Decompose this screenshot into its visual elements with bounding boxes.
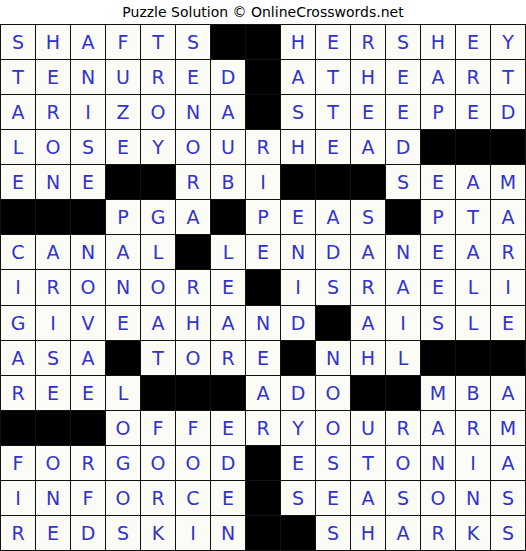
letter-cell-r11c14: B (456, 376, 490, 410)
letter-cell-r13c6: O (176, 446, 210, 480)
letter-cell-r5c12: S (386, 165, 420, 199)
letter-cell-r9c1: G (1, 306, 35, 340)
letter-cell-r1c10: E (316, 25, 350, 59)
letter-cell-r3c11: E (351, 95, 385, 129)
letter-cell-r11c9: D (281, 376, 315, 410)
letter-cell-r5c13: E (421, 165, 455, 199)
letter-cell-r2c14: R (456, 60, 490, 94)
letter-cell-r3c5: O (141, 95, 175, 129)
letter-cell-r15c4: S (106, 516, 140, 550)
letter-cell-r7c13: E (421, 235, 455, 269)
letter-cell-r12c11: U (351, 411, 385, 445)
letter-cell-r1c15: Y (491, 25, 525, 59)
letter-cell-r6c4: P (106, 200, 140, 234)
letter-cell-r6c5: G (141, 200, 175, 234)
letter-cell-r2c11: H (351, 60, 385, 94)
letter-cell-r12c7: E (211, 411, 245, 445)
black-cell-r11c12 (386, 376, 420, 410)
letter-cell-r11c10: O (316, 376, 350, 410)
black-cell-r12c1 (1, 411, 35, 445)
letter-cell-r15c10: S (316, 516, 350, 550)
letter-cell-r1c1: S (1, 25, 35, 59)
letter-cell-r11c1: R (1, 376, 35, 410)
letter-cell-r10c11: H (351, 341, 385, 375)
letter-cell-r13c7: D (211, 446, 245, 480)
black-cell-r12c2 (36, 411, 70, 445)
letter-cell-r1c5: T (141, 25, 175, 59)
letter-cell-r2c12: E (386, 60, 420, 94)
black-cell-r11c7 (211, 376, 245, 410)
letter-cell-r13c11: T (351, 446, 385, 480)
letter-cell-r10c5: T (141, 341, 175, 375)
letter-cell-r13c1: F (1, 446, 35, 480)
letter-cell-r8c1: I (1, 270, 35, 304)
letter-cell-r7c14: A (456, 235, 490, 269)
puzzle-solution-page: Puzzle Solution © OnlineCrosswords.net S… (0, 0, 526, 551)
letter-cell-r3c6: N (176, 95, 210, 129)
letter-cell-r8c12: A (386, 270, 420, 304)
letter-cell-r3c9: S (281, 95, 315, 129)
black-cell-r5c4 (106, 165, 140, 199)
letter-cell-r5c2: N (36, 165, 70, 199)
letter-cell-r13c5: O (141, 446, 175, 480)
letter-cell-r2c9: A (281, 60, 315, 94)
letter-cell-r9c7: A (211, 306, 245, 340)
letter-cell-r8c2: R (36, 270, 70, 304)
letter-cell-r13c2: O (36, 446, 70, 480)
letter-cell-r7c7: L (211, 235, 245, 269)
black-cell-r2c8 (246, 60, 280, 94)
letter-cell-r13c10: S (316, 446, 350, 480)
letter-cell-r2c4: U (106, 60, 140, 94)
page-title: Puzzle Solution © OnlineCrosswords.net (0, 0, 526, 24)
letter-cell-r3c14: E (456, 95, 490, 129)
letter-cell-r12c15: M (491, 411, 525, 445)
letter-cell-r8c10: S (316, 270, 350, 304)
letter-cell-r9c6: H (176, 306, 210, 340)
letter-cell-r2c10: T (316, 60, 350, 94)
letter-cell-r12c6: F (176, 411, 210, 445)
black-cell-r10c15 (491, 341, 525, 375)
letter-cell-r1c13: H (421, 25, 455, 59)
black-cell-r15c8 (246, 516, 280, 550)
letter-cell-r14c9: S (281, 481, 315, 515)
letter-cell-r15c1: R (1, 516, 35, 550)
letter-cell-r1c3: A (71, 25, 105, 59)
letter-cell-r14c5: R (141, 481, 175, 515)
letter-cell-r7c11: A (351, 235, 385, 269)
letter-cell-r5c8: I (246, 165, 280, 199)
letter-cell-r3c2: R (36, 95, 70, 129)
letter-cell-r14c13: O (421, 481, 455, 515)
letter-cell-r10c2: S (36, 341, 70, 375)
black-cell-r6c2 (36, 200, 70, 234)
letter-cell-r14c4: O (106, 481, 140, 515)
letter-cell-r9c8: N (246, 306, 280, 340)
letter-cell-r4c5: Y (141, 130, 175, 164)
letter-cell-r13c9: E (281, 446, 315, 480)
letter-cell-r15c14: K (456, 516, 490, 550)
letter-cell-r3c15: D (491, 95, 525, 129)
letter-cell-r3c10: T (316, 95, 350, 129)
letter-cell-r15c12: A (386, 516, 420, 550)
black-cell-r6c12 (386, 200, 420, 234)
letter-cell-r10c7: R (211, 341, 245, 375)
black-cell-r8c8 (246, 270, 280, 304)
letter-cell-r8c13: E (421, 270, 455, 304)
letter-cell-r2c1: T (1, 60, 35, 94)
letter-cell-r4c9: H (281, 130, 315, 164)
letter-cell-r8c15: I (491, 270, 525, 304)
letter-cell-r14c12: S (386, 481, 420, 515)
letter-cell-r12c5: F (141, 411, 175, 445)
letter-cell-r6c8: P (246, 200, 280, 234)
letter-cell-r3c7: A (211, 95, 245, 129)
black-cell-r10c14 (456, 341, 490, 375)
black-cell-r7c6 (176, 235, 210, 269)
black-cell-r4c15 (491, 130, 525, 164)
letter-cell-r8c11: R (351, 270, 385, 304)
black-cell-r15c9 (281, 516, 315, 550)
black-cell-r11c5 (141, 376, 175, 410)
letter-cell-r12c13: A (421, 411, 455, 445)
letter-cell-r6c9: E (281, 200, 315, 234)
letter-cell-r10c8: E (246, 341, 280, 375)
letter-cell-r1c2: H (36, 25, 70, 59)
letter-cell-r11c4: L (106, 376, 140, 410)
letter-cell-r9c4: E (106, 306, 140, 340)
letter-cell-r15c15: S (491, 516, 525, 550)
letter-cell-r15c5: K (141, 516, 175, 550)
black-cell-r9c10 (316, 306, 350, 340)
letter-cell-r1c14: E (456, 25, 490, 59)
letter-cell-r7c10: D (316, 235, 350, 269)
crossword-board: SHAFTSHERSHEYTENUREDATHEARTARIZONASTEEPE… (0, 24, 526, 551)
letter-cell-r8c9: I (281, 270, 315, 304)
letter-cell-r11c3: E (71, 376, 105, 410)
letter-cell-r3c1: A (1, 95, 35, 129)
black-cell-r4c14 (456, 130, 490, 164)
letter-cell-r4c3: S (71, 130, 105, 164)
black-cell-r1c7 (211, 25, 245, 59)
letter-cell-r3c13: P (421, 95, 455, 129)
letter-cell-r9c13: S (421, 306, 455, 340)
letter-cell-r9c2: I (36, 306, 70, 340)
letter-cell-r1c11: R (351, 25, 385, 59)
letter-cell-r9c12: I (386, 306, 420, 340)
letter-cell-r15c3: D (71, 516, 105, 550)
letter-cell-r2c6: E (176, 60, 210, 94)
letter-cell-r1c12: S (386, 25, 420, 59)
letter-cell-r1c9: H (281, 25, 315, 59)
black-cell-r6c3 (71, 200, 105, 234)
letter-cell-r15c7: N (211, 516, 245, 550)
black-cell-r12c3 (71, 411, 105, 445)
black-cell-r5c9 (281, 165, 315, 199)
letter-cell-r8c14: L (456, 270, 490, 304)
letter-cell-r4c8: R (246, 130, 280, 164)
letter-cell-r12c12: R (386, 411, 420, 445)
letter-cell-r4c12: D (386, 130, 420, 164)
letter-cell-r14c3: F (71, 481, 105, 515)
letter-cell-r9c9: D (281, 306, 315, 340)
letter-cell-r7c9: N (281, 235, 315, 269)
letter-cell-r7c2: A (36, 235, 70, 269)
letter-cell-r7c5: L (141, 235, 175, 269)
letter-cell-r15c11: H (351, 516, 385, 550)
letter-cell-r5c3: E (71, 165, 105, 199)
letter-cell-r5c1: E (1, 165, 35, 199)
letter-cell-r10c3: A (71, 341, 105, 375)
letter-cell-r15c2: E (36, 516, 70, 550)
letter-cell-r12c8: R (246, 411, 280, 445)
black-cell-r6c7 (211, 200, 245, 234)
black-cell-r11c6 (176, 376, 210, 410)
letter-cell-r8c3: O (71, 270, 105, 304)
letter-cell-r14c2: N (36, 481, 70, 515)
letter-cell-r11c15: A (491, 376, 525, 410)
letter-cell-r8c7: E (211, 270, 245, 304)
letter-cell-r10c12: L (386, 341, 420, 375)
letter-cell-r2c13: A (421, 60, 455, 94)
letter-cell-r1c6: S (176, 25, 210, 59)
black-cell-r1c8 (246, 25, 280, 59)
letter-cell-r14c15: S (491, 481, 525, 515)
letter-cell-r4c1: L (1, 130, 35, 164)
black-cell-r3c8 (246, 95, 280, 129)
letter-cell-r10c10: N (316, 341, 350, 375)
letter-cell-r7c1: C (1, 235, 35, 269)
letter-cell-r2c7: D (211, 60, 245, 94)
letter-cell-r6c15: A (491, 200, 525, 234)
letter-cell-r9c11: A (351, 306, 385, 340)
letter-cell-r3c12: E (386, 95, 420, 129)
letter-cell-r13c15: A (491, 446, 525, 480)
letter-cell-r14c10: E (316, 481, 350, 515)
letter-cell-r6c6: A (176, 200, 210, 234)
letter-cell-r4c10: E (316, 130, 350, 164)
letter-cell-r4c7: U (211, 130, 245, 164)
letter-cell-r2c5: R (141, 60, 175, 94)
black-cell-r10c9 (281, 341, 315, 375)
letter-cell-r13c4: G (106, 446, 140, 480)
letter-cell-r4c11: A (351, 130, 385, 164)
letter-cell-r5c6: R (176, 165, 210, 199)
letter-cell-r13c13: N (421, 446, 455, 480)
letter-cell-r6c11: S (351, 200, 385, 234)
letter-cell-r8c6: R (176, 270, 210, 304)
letter-cell-r7c4: A (106, 235, 140, 269)
letter-cell-r5c15: M (491, 165, 525, 199)
letter-cell-r7c15: R (491, 235, 525, 269)
letter-cell-r15c13: R (421, 516, 455, 550)
letter-cell-r11c8: A (246, 376, 280, 410)
letter-cell-r6c14: T (456, 200, 490, 234)
letter-cell-r7c12: N (386, 235, 420, 269)
letter-cell-r14c1: I (1, 481, 35, 515)
letter-cell-r9c14: L (456, 306, 490, 340)
letter-cell-r12c9: Y (281, 411, 315, 445)
black-cell-r5c10 (316, 165, 350, 199)
letter-cell-r10c6: O (176, 341, 210, 375)
letter-cell-r3c4: Z (106, 95, 140, 129)
letter-cell-r3c3: I (71, 95, 105, 129)
letter-cell-r9c5: A (141, 306, 175, 340)
letter-cell-r9c3: V (71, 306, 105, 340)
black-cell-r6c1 (1, 200, 35, 234)
black-cell-r13c8 (246, 446, 280, 480)
letter-cell-r6c13: P (421, 200, 455, 234)
letter-cell-r15c6: I (176, 516, 210, 550)
letter-cell-r12c4: O (106, 411, 140, 445)
black-cell-r10c4 (106, 341, 140, 375)
letter-cell-r7c3: N (71, 235, 105, 269)
letter-cell-r2c15: T (491, 60, 525, 94)
black-cell-r4c13 (421, 130, 455, 164)
letter-cell-r2c2: E (36, 60, 70, 94)
letter-cell-r6c10: A (316, 200, 350, 234)
letter-cell-r8c5: O (141, 270, 175, 304)
letter-cell-r13c14: I (456, 446, 490, 480)
letter-cell-r11c2: E (36, 376, 70, 410)
letter-cell-r4c6: O (176, 130, 210, 164)
letter-cell-r8c4: N (106, 270, 140, 304)
letter-cell-r14c14: N (456, 481, 490, 515)
black-cell-r11c11 (351, 376, 385, 410)
letter-cell-r13c3: R (71, 446, 105, 480)
letter-cell-r12c10: O (316, 411, 350, 445)
letter-cell-r11c13: M (421, 376, 455, 410)
letter-cell-r7c8: E (246, 235, 280, 269)
letter-cell-r14c6: C (176, 481, 210, 515)
letter-cell-r5c14: A (456, 165, 490, 199)
letter-cell-r14c11: A (351, 481, 385, 515)
letter-cell-r10c1: A (1, 341, 35, 375)
letter-cell-r5c7: B (211, 165, 245, 199)
letter-cell-r4c2: O (36, 130, 70, 164)
letter-cell-r1c4: F (106, 25, 140, 59)
letter-cell-r2c3: N (71, 60, 105, 94)
letter-cell-r14c7: E (211, 481, 245, 515)
letter-cell-r9c15: E (491, 306, 525, 340)
letter-cell-r4c4: E (106, 130, 140, 164)
black-cell-r14c8 (246, 481, 280, 515)
black-cell-r10c13 (421, 341, 455, 375)
letter-cell-r13c12: O (386, 446, 420, 480)
black-cell-r5c5 (141, 165, 175, 199)
black-cell-r5c11 (351, 165, 385, 199)
letter-cell-r12c14: R (456, 411, 490, 445)
